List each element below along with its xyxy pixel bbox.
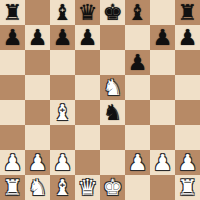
square-h4[interactable] [175, 100, 200, 125]
square-d6[interactable] [75, 50, 100, 75]
square-d3[interactable] [75, 125, 100, 150]
square-d4[interactable] [75, 100, 100, 125]
white-queen: ♛ [78, 175, 98, 200]
chess-board: ♜♝♛♚♝♜♟♟♟♟♟♟♟♞♝♞♟♟♟♟♟♟♜♞♝♛♚♜ [0, 0, 200, 200]
square-h2[interactable]: ♟ [175, 150, 200, 175]
black-pawn: ♟ [128, 50, 148, 75]
black-pawn: ♟ [178, 25, 198, 50]
square-a3[interactable] [0, 125, 25, 150]
square-b1[interactable]: ♞ [25, 175, 50, 200]
square-f8[interactable]: ♝ [125, 0, 150, 25]
square-e5[interactable]: ♞ [100, 75, 125, 100]
square-a1[interactable]: ♜ [0, 175, 25, 200]
square-f1[interactable] [125, 175, 150, 200]
square-a5[interactable] [0, 75, 25, 100]
square-g6[interactable] [150, 50, 175, 75]
square-b6[interactable] [25, 50, 50, 75]
square-b8[interactable] [25, 0, 50, 25]
black-bishop: ♝ [53, 0, 73, 25]
black-rook: ♜ [3, 0, 23, 25]
square-h7[interactable]: ♟ [175, 25, 200, 50]
white-pawn: ♟ [28, 150, 48, 175]
black-king: ♚ [103, 0, 123, 25]
black-pawn: ♟ [28, 25, 48, 50]
white-rook: ♜ [3, 175, 23, 200]
square-h6[interactable] [175, 50, 200, 75]
square-e7[interactable] [100, 25, 125, 50]
square-a7[interactable]: ♟ [0, 25, 25, 50]
square-g7[interactable]: ♟ [150, 25, 175, 50]
black-pawn: ♟ [3, 25, 23, 50]
square-b2[interactable]: ♟ [25, 150, 50, 175]
white-pawn: ♟ [128, 150, 148, 175]
square-e3[interactable] [100, 125, 125, 150]
square-e6[interactable] [100, 50, 125, 75]
square-c4[interactable]: ♝ [50, 100, 75, 125]
square-d1[interactable]: ♛ [75, 175, 100, 200]
white-knight: ♞ [103, 75, 123, 100]
square-c8[interactable]: ♝ [50, 0, 75, 25]
square-f4[interactable] [125, 100, 150, 125]
square-b5[interactable] [25, 75, 50, 100]
square-a4[interactable] [0, 100, 25, 125]
white-pawn: ♟ [178, 150, 198, 175]
black-knight: ♞ [103, 100, 123, 125]
square-d5[interactable] [75, 75, 100, 100]
black-pawn: ♟ [53, 25, 73, 50]
square-g3[interactable] [150, 125, 175, 150]
square-e1[interactable]: ♚ [100, 175, 125, 200]
square-g2[interactable]: ♟ [150, 150, 175, 175]
square-g5[interactable] [150, 75, 175, 100]
square-c3[interactable] [50, 125, 75, 150]
square-f3[interactable] [125, 125, 150, 150]
square-g8[interactable] [150, 0, 175, 25]
white-knight: ♞ [28, 175, 48, 200]
black-queen: ♛ [78, 0, 98, 25]
black-pawn: ♟ [78, 25, 98, 50]
square-g4[interactable] [150, 100, 175, 125]
square-e4[interactable]: ♞ [100, 100, 125, 125]
square-f5[interactable] [125, 75, 150, 100]
square-d8[interactable]: ♛ [75, 0, 100, 25]
square-a2[interactable]: ♟ [0, 150, 25, 175]
square-e2[interactable] [100, 150, 125, 175]
square-g1[interactable] [150, 175, 175, 200]
white-bishop: ♝ [53, 100, 73, 125]
white-pawn: ♟ [3, 150, 23, 175]
square-h1[interactable]: ♜ [175, 175, 200, 200]
white-rook: ♜ [178, 175, 198, 200]
white-king: ♚ [103, 175, 123, 200]
square-c6[interactable] [50, 50, 75, 75]
square-d2[interactable] [75, 150, 100, 175]
square-h5[interactable] [175, 75, 200, 100]
chess-board-window: ♜♝♛♚♝♜♟♟♟♟♟♟♟♞♝♞♟♟♟♟♟♟♜♞♝♛♚♜ [0, 0, 200, 200]
square-b3[interactable] [25, 125, 50, 150]
square-f2[interactable]: ♟ [125, 150, 150, 175]
square-b4[interactable] [25, 100, 50, 125]
white-pawn: ♟ [153, 150, 173, 175]
square-c2[interactable]: ♟ [50, 150, 75, 175]
black-rook: ♜ [178, 0, 198, 25]
square-h8[interactable]: ♜ [175, 0, 200, 25]
square-c7[interactable]: ♟ [50, 25, 75, 50]
white-pawn: ♟ [53, 150, 73, 175]
square-f6[interactable]: ♟ [125, 50, 150, 75]
square-a6[interactable] [0, 50, 25, 75]
square-b7[interactable]: ♟ [25, 25, 50, 50]
square-e8[interactable]: ♚ [100, 0, 125, 25]
white-bishop: ♝ [53, 175, 73, 200]
square-c1[interactable]: ♝ [50, 175, 75, 200]
square-c5[interactable] [50, 75, 75, 100]
square-a8[interactable]: ♜ [0, 0, 25, 25]
square-d7[interactable]: ♟ [75, 25, 100, 50]
square-f7[interactable] [125, 25, 150, 50]
square-h3[interactable] [175, 125, 200, 150]
black-bishop: ♝ [128, 0, 148, 25]
black-pawn: ♟ [153, 25, 173, 50]
